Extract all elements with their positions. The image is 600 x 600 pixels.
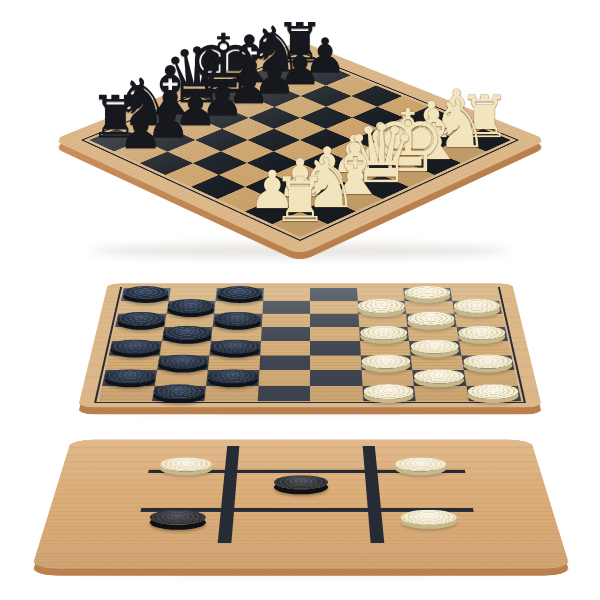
tictactoe-grid-line-horizontal-bottom xyxy=(141,508,474,512)
tictactoe-grid-line-horizontal-top xyxy=(148,470,465,474)
product-photo: ♜♞♝♛♚♝♞♜♟♟♟♟♟♟♟♟♟♟♟♟♟♟♟♟♜♞♝♛♚♝♞♜ xyxy=(0,0,600,600)
tictactoe-grid-line-vertical-left xyxy=(218,446,240,543)
tictactoe-board-surface xyxy=(31,440,570,569)
tictactoe-grid-line-vertical-right xyxy=(363,446,385,543)
tictactoe-board xyxy=(53,251,549,600)
tictactoe-stage xyxy=(0,0,600,600)
